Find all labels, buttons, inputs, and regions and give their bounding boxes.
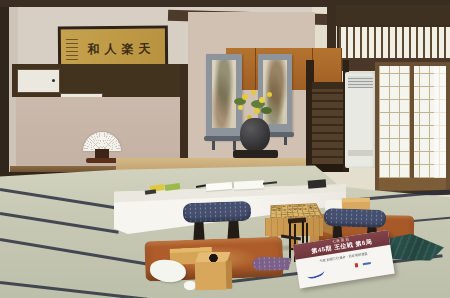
black-box <box>308 179 327 189</box>
shoji-stile <box>410 66 414 178</box>
plaque-signature-marks <box>66 38 78 60</box>
right-top-beam <box>333 5 450 26</box>
cabinet-lintel <box>312 82 344 89</box>
ac-top-grille <box>348 76 373 88</box>
yellow-flower <box>242 94 248 100</box>
scroll-painting <box>212 60 236 128</box>
shoji-lower-rail <box>379 178 446 190</box>
scroll-tassel <box>284 137 287 145</box>
armrest-cushion <box>183 201 252 223</box>
orange-panel-seam <box>255 48 256 90</box>
cupboard-door <box>17 69 60 93</box>
placard-red-seal <box>355 263 359 267</box>
slatted-cabinet <box>312 88 344 166</box>
waste-box-side <box>226 261 232 289</box>
waste-box-front <box>195 262 226 291</box>
vase-stand <box>233 150 278 158</box>
yellow-flower <box>267 92 272 97</box>
foliage <box>261 107 272 114</box>
white-papers <box>234 180 264 190</box>
yellow-flower <box>251 90 256 95</box>
yellow-flower <box>238 105 243 110</box>
yellow-flower <box>254 108 260 114</box>
wooden-waste-box <box>195 252 236 293</box>
placard-signature-scribble <box>306 266 326 280</box>
yellow-flower <box>259 97 265 103</box>
shogi-match-room-photo: 和人楽天 <box>0 0 450 298</box>
armrest-cushion <box>324 208 387 228</box>
komadai-leg <box>289 222 291 258</box>
plaque-text: 和人楽天 <box>78 40 165 58</box>
placard-blue-mark <box>363 262 371 265</box>
scroll-tassel <box>233 141 236 150</box>
ac-bottom-vent <box>348 150 373 156</box>
fan-stand-base <box>86 158 118 163</box>
board-cell: 歩 <box>312 207 318 209</box>
scroll-tassel <box>212 141 215 150</box>
left-corner-post <box>0 0 9 182</box>
air-conditioner <box>345 72 376 168</box>
scroll-roller <box>204 136 244 141</box>
shoji-bright-gap <box>434 66 446 178</box>
flower-vase <box>240 118 270 152</box>
